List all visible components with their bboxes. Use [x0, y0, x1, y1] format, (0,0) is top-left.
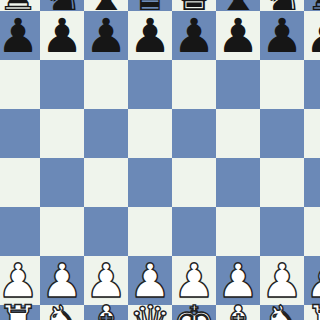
square-e6[interactable]	[172, 60, 216, 109]
black-bishop[interactable]: ♝	[85, 0, 127, 18]
square-e3[interactable]	[172, 207, 216, 256]
black-rook[interactable]: ♜	[0, 0, 39, 18]
square-g4[interactable]	[260, 158, 304, 207]
white-knight[interactable]: ♞	[41, 298, 83, 320]
square-b1[interactable]: ♞	[40, 305, 84, 320]
square-d3[interactable]	[128, 207, 172, 256]
square-d8[interactable]: ♛	[128, 0, 172, 11]
black-bishop[interactable]: ♝	[217, 0, 259, 18]
square-g8[interactable]: ♞	[260, 0, 304, 11]
square-c1[interactable]: ♝	[84, 305, 128, 320]
white-rook[interactable]: ♜	[0, 298, 39, 320]
white-bishop[interactable]: ♝	[217, 298, 259, 320]
square-d4[interactable]	[128, 158, 172, 207]
square-c6[interactable]	[84, 60, 128, 109]
square-f8[interactable]: ♝	[216, 0, 260, 11]
square-b3[interactable]	[40, 207, 84, 256]
square-g5[interactable]	[260, 109, 304, 158]
square-f4[interactable]	[216, 158, 260, 207]
square-f5[interactable]	[216, 109, 260, 158]
square-h5[interactable]	[304, 109, 320, 158]
square-d1[interactable]: ♛	[128, 305, 172, 320]
square-c5[interactable]	[84, 109, 128, 158]
square-d5[interactable]	[128, 109, 172, 158]
square-e5[interactable]	[172, 109, 216, 158]
square-g1[interactable]: ♞	[260, 305, 304, 320]
square-h1[interactable]: ♜	[304, 305, 320, 320]
square-b5[interactable]	[40, 109, 84, 158]
square-a1[interactable]: ♜	[0, 305, 40, 320]
square-b6[interactable]	[40, 60, 84, 109]
chess-board: ♜♞♝♛♚♝♞♜♟♟♟♟♟♟♟♟♟♟♟♟♟♟♟♟♜♞♝♛♚♝♞♜	[0, 0, 320, 320]
square-h8[interactable]: ♜	[304, 0, 320, 11]
black-knight[interactable]: ♞	[261, 0, 303, 18]
white-knight[interactable]: ♞	[261, 298, 303, 320]
square-a3[interactable]	[0, 207, 40, 256]
square-a4[interactable]	[0, 158, 40, 207]
white-bishop[interactable]: ♝	[85, 298, 127, 320]
square-h3[interactable]	[304, 207, 320, 256]
square-a8[interactable]: ♜	[0, 0, 40, 11]
square-a5[interactable]	[0, 109, 40, 158]
black-knight[interactable]: ♞	[41, 0, 83, 18]
black-rook[interactable]: ♜	[305, 0, 320, 18]
white-king[interactable]: ♚	[173, 298, 215, 320]
square-g3[interactable]	[260, 207, 304, 256]
square-f3[interactable]	[216, 207, 260, 256]
square-h4[interactable]	[304, 158, 320, 207]
black-queen[interactable]: ♛	[129, 0, 171, 18]
black-king[interactable]: ♚	[173, 0, 215, 18]
square-g6[interactable]	[260, 60, 304, 109]
square-e4[interactable]	[172, 158, 216, 207]
white-rook[interactable]: ♜	[305, 298, 320, 320]
square-e8[interactable]: ♚	[172, 0, 216, 11]
square-d6[interactable]	[128, 60, 172, 109]
square-b8[interactable]: ♞	[40, 0, 84, 11]
white-queen[interactable]: ♛	[129, 298, 171, 320]
square-f1[interactable]: ♝	[216, 305, 260, 320]
square-h6[interactable]	[304, 60, 320, 109]
square-c4[interactable]	[84, 158, 128, 207]
square-f6[interactable]	[216, 60, 260, 109]
square-c3[interactable]	[84, 207, 128, 256]
square-a6[interactable]	[0, 60, 40, 109]
square-e1[interactable]: ♚	[172, 305, 216, 320]
square-c8[interactable]: ♝	[84, 0, 128, 11]
square-b4[interactable]	[40, 158, 84, 207]
chess-app-board-view: ♜♞♝♛♚♝♞♜♟♟♟♟♟♟♟♟♟♟♟♟♟♟♟♟♜♞♝♛♚♝♞♜	[0, 0, 320, 320]
